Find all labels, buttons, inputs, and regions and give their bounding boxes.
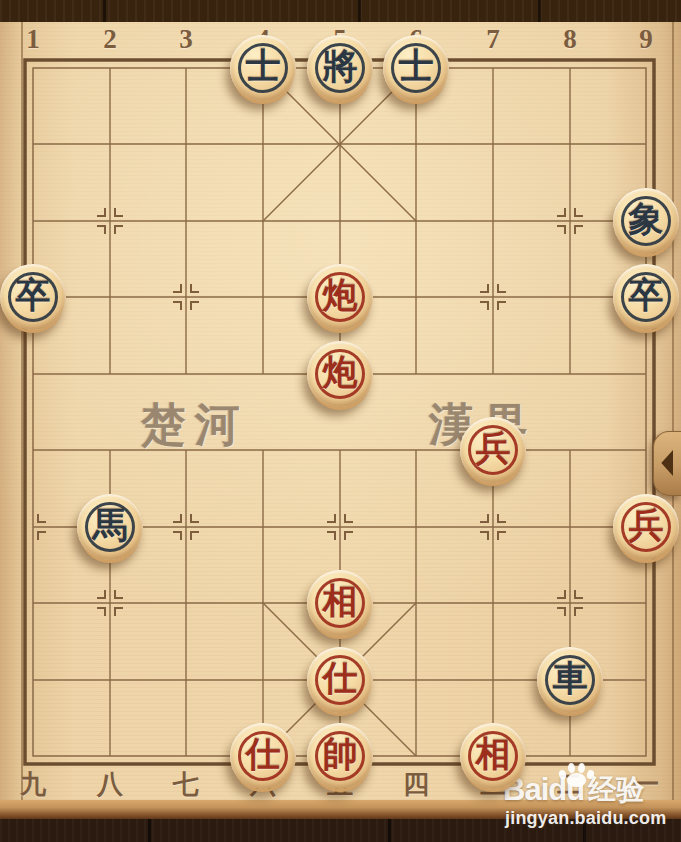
piece-glyph: 帥: [307, 723, 373, 789]
piece-black-馬-file2-rank6[interactable]: 馬: [77, 494, 143, 560]
xiangqi-game-screen: 123456789 九八七六五四三二一 楚河 漢界 士將士象卒炮卒炮兵馬兵相仕車…: [0, 0, 681, 842]
piece-black-士-file4-rank0[interactable]: 士: [230, 35, 296, 101]
piece-red-相-file7-rank9[interactable]: 相: [460, 723, 526, 789]
piece-red-仕-file4-rank9[interactable]: 仕: [230, 723, 296, 789]
piece-glyph: 士: [230, 35, 296, 101]
file-label-top-8: 8: [553, 24, 587, 55]
piece-glyph: 將: [307, 35, 373, 101]
file-label-top-3: 3: [169, 24, 203, 55]
piece-black-車-file8-rank8[interactable]: 車: [537, 647, 603, 713]
file-label-bottom-2: 八: [93, 767, 127, 802]
piece-glyph: 炮: [307, 341, 373, 407]
watermark-url: jingyan.baidu.com: [503, 808, 666, 829]
file-label-bottom-3: 七: [169, 767, 203, 802]
file-label-bottom-6: 四: [399, 767, 433, 802]
piece-glyph: 兵: [460, 417, 526, 483]
piece-glyph: 馬: [77, 494, 143, 560]
piece-red-兵-file9-rank6[interactable]: 兵: [613, 494, 679, 560]
piece-black-士-file6-rank0[interactable]: 士: [383, 35, 449, 101]
file-label-top-9: 9: [629, 24, 663, 55]
chevron-left-icon: [660, 450, 673, 476]
piece-glyph: 仕: [307, 647, 373, 713]
river-text-chu: 楚河: [141, 395, 249, 455]
side-panel-handle[interactable]: [653, 431, 681, 496]
baidu-paw-icon: [559, 761, 595, 787]
piece-red-炮-file5-rank4[interactable]: 炮: [307, 341, 373, 407]
board-grid: [0, 0, 681, 842]
piece-glyph: 士: [383, 35, 449, 101]
piece-black-象-file9-rank2[interactable]: 象: [613, 188, 679, 254]
file-label-top-1: 1: [16, 24, 50, 55]
file-label-bottom-1: 九: [16, 767, 50, 802]
piece-black-卒-file9-rank3[interactable]: 卒: [613, 264, 679, 330]
piece-red-帥-file5-rank9[interactable]: 帥: [307, 723, 373, 789]
baidu-jingyan-watermark: Baidu 经验 jingyan.baidu.com: [503, 770, 666, 829]
piece-glyph: 卒: [613, 264, 679, 330]
piece-glyph: 仕: [230, 723, 296, 789]
piece-red-炮-file5-rank3[interactable]: 炮: [307, 264, 373, 330]
piece-glyph: 兵: [613, 494, 679, 560]
file-label-top-2: 2: [93, 24, 127, 55]
piece-red-相-file5-rank7[interactable]: 相: [307, 570, 373, 636]
piece-glyph: 象: [613, 188, 679, 254]
file-label-top-7: 7: [476, 24, 510, 55]
piece-red-仕-file5-rank8[interactable]: 仕: [307, 647, 373, 713]
piece-black-卒-file1-rank3[interactable]: 卒: [0, 264, 66, 330]
piece-glyph: 相: [307, 570, 373, 636]
piece-glyph: 炮: [307, 264, 373, 330]
piece-black-將-file5-rank0[interactable]: 將: [307, 35, 373, 101]
piece-red-兵-file7-rank5[interactable]: 兵: [460, 417, 526, 483]
piece-glyph: 相: [460, 723, 526, 789]
piece-glyph: 卒: [0, 264, 66, 330]
watermark-brand-cn: 经验: [588, 774, 644, 806]
piece-glyph: 車: [537, 647, 603, 713]
